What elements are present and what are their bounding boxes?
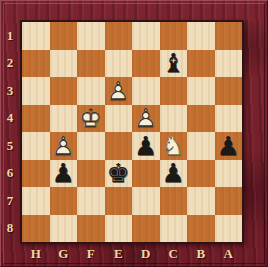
square-b5[interactable] (187, 132, 215, 160)
black-pawn-icon: ♟ (215, 132, 243, 160)
square-h8[interactable] (22, 215, 50, 243)
square-g2[interactable] (50, 50, 78, 78)
square-f2[interactable] (77, 50, 105, 78)
square-b3[interactable] (187, 77, 215, 105)
square-a8[interactable] (215, 215, 243, 243)
rank-label-2: 2 (0, 50, 20, 78)
square-f3[interactable] (77, 77, 105, 105)
square-e4[interactable] (105, 105, 133, 133)
rank-label-6: 6 (0, 160, 20, 188)
square-c8[interactable] (160, 215, 188, 243)
file-label-d: D (132, 243, 160, 265)
white-pawn-icon: ♙ (105, 77, 133, 105)
square-a1[interactable] (215, 22, 243, 50)
rank-label-8: 8 (0, 215, 20, 243)
square-a5[interactable]: ♟ (215, 132, 243, 160)
square-h5[interactable] (22, 132, 50, 160)
square-g1[interactable] (50, 22, 78, 50)
square-e5[interactable] (105, 132, 133, 160)
square-c1[interactable] (160, 22, 188, 50)
square-d6[interactable] (132, 160, 160, 188)
rank-label-7: 7 (0, 187, 20, 215)
square-b8[interactable] (187, 215, 215, 243)
square-h4[interactable] (22, 105, 50, 133)
square-f8[interactable] (77, 215, 105, 243)
square-a2[interactable] (215, 50, 243, 78)
square-h6[interactable] (22, 160, 50, 188)
square-h2[interactable] (22, 50, 50, 78)
white-pawn[interactable]: ♟♙ (132, 105, 160, 133)
square-e3[interactable]: ♟♙ (105, 77, 133, 105)
black-pawn[interactable]: ♟ (132, 132, 160, 160)
square-c4[interactable] (160, 105, 188, 133)
square-d7[interactable] (132, 187, 160, 215)
square-g8[interactable] (50, 215, 78, 243)
square-d2[interactable] (132, 50, 160, 78)
square-d3[interactable] (132, 77, 160, 105)
square-c3[interactable] (160, 77, 188, 105)
black-pawn[interactable]: ♟ (50, 160, 78, 188)
square-g6[interactable]: ♟ (50, 160, 78, 188)
square-h3[interactable] (22, 77, 50, 105)
square-f4[interactable]: ♚♔ (77, 105, 105, 133)
square-f1[interactable] (77, 22, 105, 50)
square-h1[interactable] (22, 22, 50, 50)
square-a7[interactable] (215, 187, 243, 215)
file-label-a: A (215, 243, 243, 265)
square-g7[interactable] (50, 187, 78, 215)
square-b6[interactable] (187, 160, 215, 188)
rank-label-1: 1 (0, 22, 20, 50)
rank-labels: 12345678 (0, 22, 20, 242)
square-c5[interactable]: ♞♘ (160, 132, 188, 160)
square-e1[interactable] (105, 22, 133, 50)
file-label-h: H (22, 243, 50, 265)
square-a3[interactable] (215, 77, 243, 105)
square-b2[interactable] (187, 50, 215, 78)
square-e7[interactable] (105, 187, 133, 215)
black-king-icon: ♚ (105, 160, 133, 188)
square-d4[interactable]: ♟♙ (132, 105, 160, 133)
black-pawn-icon: ♟ (160, 160, 188, 188)
black-pawn-icon: ♟ (132, 132, 160, 160)
square-e6[interactable]: ♚ (105, 160, 133, 188)
black-pawn[interactable]: ♟ (160, 160, 188, 188)
square-c6[interactable]: ♟ (160, 160, 188, 188)
black-bishop[interactable]: ♝ (160, 50, 188, 78)
white-pawn[interactable]: ♟♙ (105, 77, 133, 105)
white-pawn-icon: ♙ (50, 132, 78, 160)
rank-label-5: 5 (0, 132, 20, 160)
file-label-f: F (77, 243, 105, 265)
black-pawn[interactable]: ♟ (215, 132, 243, 160)
square-g3[interactable] (50, 77, 78, 105)
square-h7[interactable] (22, 187, 50, 215)
square-f5[interactable] (77, 132, 105, 160)
black-pawn-icon: ♟ (50, 160, 78, 188)
rank-label-3: 3 (0, 77, 20, 105)
white-king-icon: ♔ (77, 105, 105, 133)
square-c2[interactable]: ♝ (160, 50, 188, 78)
white-pawn[interactable]: ♟♙ (50, 132, 78, 160)
chess-diagram: 12345678 HGFEDCBA ♝♟♙♚♔♟♙♟♙♟♞♘♟♟♚♟ (0, 0, 268, 267)
black-king[interactable]: ♚ (105, 160, 133, 188)
file-label-g: G (50, 243, 78, 265)
square-b4[interactable] (187, 105, 215, 133)
white-knight[interactable]: ♞♘ (160, 132, 188, 160)
black-bishop-icon: ♝ (160, 50, 188, 78)
chess-board: ♝♟♙♚♔♟♙♟♙♟♞♘♟♟♚♟ (20, 20, 244, 244)
square-d5[interactable]: ♟ (132, 132, 160, 160)
file-labels: HGFEDCBA (22, 243, 242, 265)
square-b1[interactable] (187, 22, 215, 50)
square-e8[interactable] (105, 215, 133, 243)
rank-label-4: 4 (0, 105, 20, 133)
square-b7[interactable] (187, 187, 215, 215)
square-c7[interactable] (160, 187, 188, 215)
square-g4[interactable] (50, 105, 78, 133)
white-pawn-icon: ♙ (132, 105, 160, 133)
square-e2[interactable] (105, 50, 133, 78)
white-knight-icon: ♘ (160, 132, 188, 160)
square-g5[interactable]: ♟♙ (50, 132, 78, 160)
file-label-b: B (187, 243, 215, 265)
file-label-c: C (160, 243, 188, 265)
square-f7[interactable] (77, 187, 105, 215)
file-label-e: E (105, 243, 133, 265)
white-king[interactable]: ♚♔ (77, 105, 105, 133)
square-a6[interactable] (215, 160, 243, 188)
square-a4[interactable] (215, 105, 243, 133)
square-d8[interactable] (132, 215, 160, 243)
square-d1[interactable] (132, 22, 160, 50)
square-f6[interactable] (77, 160, 105, 188)
